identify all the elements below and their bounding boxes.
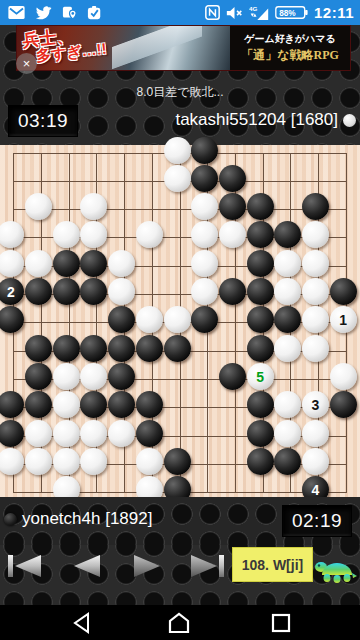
phone-screen: 4G 88% 12:11 兵士、 多すぎ…!! ゲーム好きがハマる 「通」な戦略…: [0, 0, 360, 640]
black-stone: [136, 420, 163, 447]
white-stone: [80, 448, 107, 475]
black-stone: [247, 306, 274, 333]
black-stone: [274, 221, 301, 248]
black-stone: [219, 278, 246, 305]
white-stone: [302, 306, 329, 333]
ad-banner-image[interactable]: 兵士、 多すぎ…!!: [17, 26, 230, 70]
white-stone: [136, 448, 163, 475]
move-number-label: 3: [312, 397, 320, 413]
white-stone: [25, 420, 52, 447]
black-stone: [302, 193, 329, 220]
white-stone: 1: [330, 306, 357, 333]
black-stone: [191, 165, 218, 192]
white-stone: [274, 335, 301, 362]
white-stone: [274, 250, 301, 277]
black-stone: [108, 335, 135, 362]
black-stone: [274, 448, 301, 475]
black-stone: [219, 363, 246, 390]
first-move-button[interactable]: [5, 552, 45, 582]
white-stone: [25, 448, 52, 475]
white-stone: [191, 193, 218, 220]
move-number-label: 5: [256, 369, 264, 385]
replay-controls: 108. W[ji]: [0, 545, 360, 605]
black-stone: [80, 391, 107, 418]
signal-4g-icon: 4G: [249, 5, 269, 21]
white-stone: 3: [302, 391, 329, 418]
white-stone: [302, 221, 329, 248]
clock-time: 12:11: [314, 4, 354, 21]
white-stone: [0, 448, 24, 475]
black-stone: [0, 420, 24, 447]
black-stone: [53, 278, 80, 305]
black-player-row: yonetch4h [1892] 02:19: [0, 497, 360, 545]
black-player-clock: 02:19: [282, 505, 352, 537]
white-stone: [164, 165, 191, 192]
black-stone: [25, 363, 52, 390]
black-stone: [247, 448, 274, 475]
previous-move-button[interactable]: [67, 552, 107, 582]
white-stone: [274, 278, 301, 305]
white-stone: [25, 193, 52, 220]
black-stone: [0, 306, 24, 333]
next-move-button[interactable]: [127, 552, 167, 582]
white-stone: [0, 221, 24, 248]
android-back-icon[interactable]: [72, 612, 94, 634]
black-stone: [0, 391, 24, 418]
white-stone: [330, 363, 357, 390]
white-stone: [302, 250, 329, 277]
battery-icon: 88%: [275, 5, 308, 20]
white-stone: [0, 250, 24, 277]
white-stone: [80, 420, 107, 447]
white-stone: [191, 278, 218, 305]
white-stone: [108, 420, 135, 447]
black-stone: [80, 335, 107, 362]
game-result-message: 8.0目差で敗北...: [0, 84, 360, 101]
task-check-icon: [87, 6, 102, 20]
white-stone: [53, 448, 80, 475]
white-stone: [80, 363, 107, 390]
white-stone: [219, 221, 246, 248]
last-move-button[interactable]: [187, 552, 227, 582]
black-stone: [25, 335, 52, 362]
ad-close-button[interactable]: ×: [16, 53, 37, 74]
black-stone: [247, 391, 274, 418]
black-stone: [108, 391, 135, 418]
white-stone: [274, 391, 301, 418]
white-stone: [80, 221, 107, 248]
white-stone: [164, 306, 191, 333]
white-player-row: 03:19 takashi551204 [1680]: [0, 102, 360, 144]
black-stone: [80, 278, 107, 305]
black-stone: [330, 278, 357, 305]
white-stone: 5: [247, 363, 274, 390]
black-stone-icon: [4, 513, 17, 526]
twitter-icon: [35, 6, 52, 20]
black-stone: [108, 363, 135, 390]
black-stone: [247, 335, 274, 362]
white-stone: [302, 335, 329, 362]
ad-banner[interactable]: 兵士、 多すぎ…!! ゲーム好きがハマる 「通」な戦略RPG: [17, 26, 350, 70]
black-stone: [274, 306, 301, 333]
white-stone: [136, 221, 163, 248]
location-pin-icon: [62, 6, 77, 20]
white-stone: [53, 391, 80, 418]
white-stone: [302, 448, 329, 475]
black-stone: [164, 335, 191, 362]
system-icons: 4G 88% 12:11: [205, 4, 354, 21]
white-stone: [302, 420, 329, 447]
black-stone: [108, 306, 135, 333]
black-stone: [247, 278, 274, 305]
android-recents-icon[interactable]: [270, 612, 292, 634]
black-player-name: yonetch4h [1892]: [22, 509, 152, 529]
black-stone: [219, 193, 246, 220]
black-stone: [247, 420, 274, 447]
notification-icons: [8, 6, 102, 20]
black-stone: [25, 278, 52, 305]
white-stone: [53, 420, 80, 447]
white-stone: [80, 193, 107, 220]
white-stone: [108, 250, 135, 277]
black-stone: [53, 250, 80, 277]
move-number-label: 2: [7, 284, 15, 300]
svg-text:88%: 88%: [279, 9, 296, 18]
move-number-label: 1: [339, 312, 347, 328]
white-stone: [136, 306, 163, 333]
white-stone: [274, 420, 301, 447]
white-stone: [302, 278, 329, 305]
black-stone: [247, 221, 274, 248]
black-stone: [80, 250, 107, 277]
go-board[interactable]: 21534: [0, 145, 360, 497]
black-stone: [136, 335, 163, 362]
black-stone: [247, 193, 274, 220]
white-stone: [25, 250, 52, 277]
black-stone: [191, 306, 218, 333]
ad-tagline[interactable]: ゲーム好きがハマる 「通」な戦略RPG: [230, 26, 350, 70]
move-number-label: 4: [312, 482, 320, 498]
white-stone: [191, 250, 218, 277]
black-stone: [247, 250, 274, 277]
black-stone: [136, 391, 163, 418]
nfc-icon: [205, 5, 220, 20]
android-home-icon[interactable]: [167, 612, 189, 634]
volume-muted-icon: [226, 6, 243, 20]
turtle-speed-button[interactable]: [312, 545, 358, 589]
black-stone: [25, 391, 52, 418]
white-stone-icon: [343, 114, 356, 127]
black-stone: [164, 448, 191, 475]
black-stone: [330, 391, 357, 418]
white-player-clock: 03:19: [8, 105, 78, 137]
status-bar: 4G 88% 12:11: [0, 0, 360, 25]
black-stone: [219, 165, 246, 192]
black-stone: 2: [0, 278, 24, 305]
white-stone: [191, 221, 218, 248]
white-stone: [53, 221, 80, 248]
white-stone: [53, 363, 80, 390]
svg-text:4G: 4G: [249, 5, 257, 12]
black-stone: [53, 335, 80, 362]
android-nav-bar: [0, 605, 360, 640]
gmail-icon: [8, 6, 25, 19]
white-player-name: takashi551204 [1680]: [175, 110, 338, 130]
white-stone: [108, 278, 135, 305]
current-move-label: 108. W[ji]: [232, 547, 313, 582]
